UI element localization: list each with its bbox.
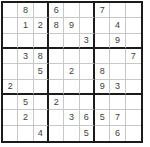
sudoku-cell-r7c2[interactable]: 5: [18, 95, 33, 110]
sudoku-cell-r4c9[interactable]: 7: [126, 49, 141, 64]
sudoku-cell-r3c1[interactable]: [3, 34, 18, 49]
sudoku-cell-r3c2[interactable]: [18, 34, 33, 49]
sudoku-cell-r8c9[interactable]: [126, 110, 141, 125]
sudoku-cell-r9c9[interactable]: [126, 126, 141, 141]
sudoku-cell-r5c7[interactable]: 8: [95, 64, 110, 79]
sudoku-cell-r7c7[interactable]: [95, 95, 110, 110]
sudoku-cell-r5c5[interactable]: 2: [64, 64, 79, 79]
sudoku-cell-r2c1[interactable]: [3, 18, 18, 33]
sudoku-cell-r2c4[interactable]: 8: [49, 18, 64, 33]
sudoku-cell-r4c4[interactable]: [49, 49, 64, 64]
sudoku-cell-r1c1[interactable]: [3, 3, 18, 18]
sudoku-cell-r2c8[interactable]: 4: [110, 18, 125, 33]
sudoku-cell-r7c1[interactable]: [3, 95, 18, 110]
sudoku-cell-r7c5[interactable]: [64, 95, 79, 110]
sudoku-cell-r2c9[interactable]: [126, 18, 141, 33]
sudoku-cell-r6c6[interactable]: [80, 80, 95, 95]
sudoku-cell-r3c5[interactable]: [64, 34, 79, 49]
sudoku-cell-r7c6[interactable]: [80, 95, 95, 110]
sudoku-cell-r1c3[interactable]: [34, 3, 49, 18]
sudoku-cell-r5c6[interactable]: [80, 64, 95, 79]
sudoku-cell-r6c8[interactable]: 3: [110, 80, 125, 95]
sudoku-cell-r3c7[interactable]: [95, 34, 110, 49]
sudoku-cell-r7c4[interactable]: 2: [49, 95, 64, 110]
sudoku-cell-r9c6[interactable]: 5: [80, 126, 95, 141]
sudoku-cell-r4c5[interactable]: [64, 49, 79, 64]
sudoku-cell-r8c2[interactable]: 2: [18, 110, 33, 125]
sudoku-cell-r8c8[interactable]: 7: [110, 110, 125, 125]
sudoku-cell-r5c9[interactable]: [126, 64, 141, 79]
sudoku-cell-r4c2[interactable]: 3: [18, 49, 33, 64]
sudoku-cell-r1c2[interactable]: 8: [18, 3, 33, 18]
sudoku-cell-r9c3[interactable]: 4: [34, 126, 49, 141]
sudoku-cell-r2c5[interactable]: 9: [64, 18, 79, 33]
sudoku-cell-r6c9[interactable]: [126, 80, 141, 95]
sudoku-cell-r8c6[interactable]: 6: [80, 110, 95, 125]
sudoku-cell-r4c7[interactable]: [95, 49, 110, 64]
sudoku-cell-r2c3[interactable]: 2: [34, 18, 49, 33]
sudoku-cell-r3c9[interactable]: [126, 34, 141, 49]
sudoku-cell-r1c5[interactable]: [64, 3, 79, 18]
sudoku-cell-r4c6[interactable]: [80, 49, 95, 64]
sudoku-cell-r1c6[interactable]: [80, 3, 95, 18]
sudoku-cell-r9c4[interactable]: [49, 126, 64, 141]
sudoku-cell-r5c8[interactable]: [110, 64, 125, 79]
sudoku-cell-r9c1[interactable]: [3, 126, 18, 141]
sudoku-cell-r5c1[interactable]: [3, 64, 18, 79]
sudoku-cell-r1c8[interactable]: [110, 3, 125, 18]
sudoku-cell-r6c7[interactable]: 9: [95, 80, 110, 95]
sudoku-cell-r6c5[interactable]: [64, 80, 79, 95]
sudoku-cell-r8c3[interactable]: [34, 110, 49, 125]
sudoku-cell-r9c7[interactable]: [95, 126, 110, 141]
sudoku-cell-r2c2[interactable]: 1: [18, 18, 33, 33]
sudoku-cell-r4c3[interactable]: 8: [34, 49, 49, 64]
sudoku-cell-r6c1[interactable]: 2: [3, 80, 18, 95]
sudoku-cell-r9c8[interactable]: 6: [110, 126, 125, 141]
sudoku-cell-r2c6[interactable]: [80, 18, 95, 33]
sudoku-cell-r5c3[interactable]: 5: [34, 64, 49, 79]
sudoku-cell-r4c1[interactable]: [3, 49, 18, 64]
sudoku-cell-r7c8[interactable]: [110, 95, 125, 110]
sudoku-cell-r3c6[interactable]: 3: [80, 34, 95, 49]
sudoku-board: 86712894393875282935223657456: [1, 1, 143, 143]
sudoku-cell-r7c3[interactable]: [34, 95, 49, 110]
sudoku-cell-r8c7[interactable]: 5: [95, 110, 110, 125]
sudoku-cell-r3c4[interactable]: [49, 34, 64, 49]
sudoku-cell-r2c7[interactable]: [95, 18, 110, 33]
sudoku-cell-r3c8[interactable]: 9: [110, 34, 125, 49]
sudoku-cell-r1c9[interactable]: [126, 3, 141, 18]
sudoku-cell-r6c2[interactable]: [18, 80, 33, 95]
sudoku-cell-r7c9[interactable]: [126, 95, 141, 110]
sudoku-cell-r9c2[interactable]: [18, 126, 33, 141]
sudoku-cell-r6c4[interactable]: [49, 80, 64, 95]
sudoku-cell-r9c5[interactable]: [64, 126, 79, 141]
sudoku-cell-r1c4[interactable]: 6: [49, 3, 64, 18]
sudoku-cell-r5c2[interactable]: [18, 64, 33, 79]
sudoku-cell-r8c5[interactable]: 3: [64, 110, 79, 125]
sudoku-cell-r8c1[interactable]: [3, 110, 18, 125]
sudoku-cell-r1c7[interactable]: 7: [95, 3, 110, 18]
sudoku-cell-r4c8[interactable]: [110, 49, 125, 64]
sudoku-cell-r6c3[interactable]: [34, 80, 49, 95]
sudoku-cell-r8c4[interactable]: [49, 110, 64, 125]
sudoku-cell-r5c4[interactable]: [49, 64, 64, 79]
sudoku-cell-r3c3[interactable]: [34, 34, 49, 49]
